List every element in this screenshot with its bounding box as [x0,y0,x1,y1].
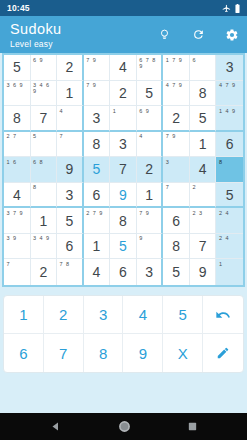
cell-r9c4[interactable]: 4 [84,259,111,285]
cell-r1c5[interactable]: 4 [110,55,137,81]
given-digit: 2 [145,162,153,176]
cell-r4c5[interactable]: 3 [110,132,137,158]
cell-r6c7[interactable]: 7 [163,183,190,209]
pencil-notes: 7 [60,133,80,139]
user-digit: 5 [93,162,101,176]
given-digit: 8 [119,214,127,228]
cell-r4c2[interactable]: 5 [31,132,58,158]
cell-r6c2[interactable]: 8 [31,183,58,209]
pencil-notes: 6789 [139,57,159,69]
app-bar-actions [157,16,239,53]
pencil-notes: 4 [139,133,159,139]
status-bar: 10:45 [0,0,247,16]
pencil-notes: 79 [166,133,186,139]
pencil-notes: 7 [166,184,186,190]
given-digit: 3 [145,265,153,279]
given-digit: 1 [145,188,153,202]
pencil-notes: 3469 [33,82,53,94]
cell-r4c8[interactable]: 1 [190,132,217,158]
pencil-notes: 8 [33,184,53,190]
given-digit: 3 [119,137,127,151]
cell-r8c3[interactable]: 6 [57,234,84,260]
pencil-notes: 379 [7,210,27,216]
cell-r2c9[interactable]: 479 [216,81,243,107]
cell-r2c7[interactable]: 479 [163,81,190,107]
cell-r1c8[interactable]: 6 [190,55,217,81]
gear-icon [225,28,239,42]
cell-r7c1[interactable]: 379 [4,208,31,234]
pencil-notes: 369 [7,82,27,88]
cell-r7c7[interactable]: 6 [163,208,190,234]
cell-r2c1[interactable]: 369 [4,81,31,107]
key-6[interactable]: 6 [4,334,44,372]
cell-r1c2[interactable]: 69 [31,55,58,81]
given-digit: 7 [39,111,47,125]
given-digit: 6 [119,265,127,279]
key-7[interactable]: 7 [44,334,84,372]
given-digit: 1 [39,214,47,228]
airplane-icon [222,4,231,13]
undo-key[interactable] [203,296,243,334]
cell-r8c6[interactable]: 9 [137,234,164,260]
cell-r8c5[interactable]: 5 [110,234,137,260]
pencil-notes: 479 [219,82,239,88]
cell-r6c3[interactable]: 3 [57,183,84,209]
given-digit: 8 [199,86,207,100]
given-digit: 1 [199,137,207,151]
pencil-notes: 79 [86,82,106,88]
settings-button[interactable] [225,28,239,42]
key-2[interactable]: 2 [44,296,84,334]
given-digit: 2 [119,86,127,100]
pencil-notes: 68 [33,159,53,165]
pencil-notes: 349 [33,235,53,241]
cell-r4c6[interactable]: 4 [137,132,164,158]
given-digit: 1 [93,239,101,253]
cell-r8c7[interactable]: 8 [163,234,190,260]
given-digit: 9 [199,265,207,279]
cell-r1c1[interactable]: 5 [4,55,31,81]
cell-r8c1[interactable]: 39 [4,234,31,260]
given-digit: 4 [13,188,21,202]
given-digit: 2 [172,111,180,125]
pencil-icon [216,346,230,360]
cell-r1c6[interactable]: 6789 [137,55,164,81]
pencil-notes: 1 [113,108,133,114]
cell-r6c5[interactable]: 9 [110,183,137,209]
cell-r9c6[interactable]: 3 [137,259,164,285]
given-digit: 6 [226,137,234,151]
pencil-notes: 23 [192,210,212,216]
cell-r3c5[interactable]: 1 [110,106,137,132]
notes-key[interactable] [203,334,243,372]
cell-r8c2[interactable]: 349 [31,234,58,260]
given-digit: 8 [13,111,21,125]
pencil-notes: 149 [219,108,239,114]
cell-r7c9[interactable]: 24 [216,208,243,234]
cell-r8c8[interactable]: 7 [190,234,217,260]
key-8[interactable]: 8 [84,334,124,372]
restart-button[interactable] [191,28,205,42]
pencil-notes: 5 [33,133,53,139]
cell-r1c9[interactable]: 3 [216,55,243,81]
pencil-notes: 79 [86,57,106,63]
cell-r5c8[interactable]: 4 [190,157,217,183]
given-digit: 9 [65,162,73,176]
pencil-notes: 39 [7,235,27,241]
cell-r3c3[interactable]: 4 [57,106,84,132]
cell-r2c3[interactable]: 1 [57,81,84,107]
home-icon [118,420,131,433]
navigation-bar [0,413,247,440]
given-digit: 4 [119,60,127,74]
given-digit: 7 [119,162,127,176]
cell-r5c5[interactable]: 7 [110,157,137,183]
pencil-notes: 16 [7,159,27,165]
given-digit: 5 [172,265,180,279]
cell-r5c3[interactable]: 9 [57,157,84,183]
cell-r3c9[interactable]: 149 [216,106,243,132]
given-digit: 7 [199,239,207,253]
back-button[interactable] [50,421,61,432]
cell-r9c1[interactable]: 7 [4,259,31,285]
back-icon [50,421,61,432]
cell-r3c6[interactable]: 69 [137,106,164,132]
pencil-notes: 24 [219,210,239,216]
cell-r4c4[interactable]: 8 [84,132,111,158]
cell-r2c4[interactable]: 79 [84,81,111,107]
key-9[interactable]: 9 [123,334,163,372]
cell-r4c7[interactable]: 79 [163,132,190,158]
cell-r3c8[interactable]: 5 [190,106,217,132]
cell-r8c9[interactable]: 24 [216,234,243,260]
cell-r1c3[interactable]: 2 [57,55,84,81]
lightbulb-icon [158,28,171,41]
cell-r7c3[interactable]: 5 [57,208,84,234]
cell-r7c8[interactable]: 23 [190,208,217,234]
given-digit: 5 [65,214,73,228]
cell-r5c4[interactable]: 5 [84,157,111,183]
number-pad: 123456789X [3,295,244,373]
given-digit: 5 [226,188,234,202]
cell-r6c4[interactable]: 6 [84,183,111,209]
cell-r9c8[interactable]: 9 [190,259,217,285]
given-digit: 1 [65,86,73,100]
cell-r4c3[interactable]: 7 [57,132,84,158]
hint-button[interactable] [157,28,171,42]
cell-r2c8[interactable]: 8 [190,81,217,107]
given-digit: 8 [93,137,101,151]
pencil-notes: 179 [166,57,186,63]
cell-r6c8[interactable]: 2 [190,183,217,209]
cell-r5c2[interactable]: 68 [31,157,58,183]
given-digit: 4 [199,162,207,176]
cell-r7c6[interactable]: 79 [137,208,164,234]
cell-r6c6[interactable]: 1 [137,183,164,209]
key-4[interactable]: 4 [123,296,163,334]
pencil-notes: 2 [192,184,212,190]
cell-r5c1[interactable]: 16 [4,157,31,183]
pencil-notes: 279 [86,210,106,216]
given-digit: 2 [39,265,47,279]
pencil-notes: 79 [139,210,159,216]
pencil-notes: 6 [192,57,212,63]
cell-r9c9[interactable]: 1 [216,259,243,285]
given-digit: 5 [13,60,21,74]
pencil-notes: 69 [33,57,53,63]
battery-icon [235,4,240,13]
pencil-notes: 78 [60,261,80,267]
given-digit: 6 [172,214,180,228]
cell-r7c5[interactable]: 8 [110,208,137,234]
given-digit: 5 [145,86,153,100]
pencil-notes: 69 [139,108,159,114]
clock: 10:45 [7,3,30,13]
pencil-notes: 1 [219,261,239,267]
pencil-notes: 4 [60,108,80,114]
status-icons [222,4,240,13]
key-5[interactable]: 5 [163,296,203,334]
cell-r9c3[interactable]: 78 [57,259,84,285]
given-digit: 3 [226,60,234,74]
cell-r1c4[interactable]: 79 [84,55,111,81]
cell-r3c1[interactable]: 8 [4,106,31,132]
cell-r2c5[interactable]: 2 [110,81,137,107]
cell-r4c1[interactable]: 27 [4,132,31,158]
key-3[interactable]: 3 [84,296,124,334]
cell-r5c9[interactable]: 8 [216,157,243,183]
sudoku-board: 5692794678917963369346917925479847987431… [2,53,245,287]
given-digit: 6 [93,188,101,202]
user-digit: 9 [119,188,127,202]
given-digit: 2 [65,60,73,74]
user-digit: 5 [119,239,127,253]
recents-button[interactable] [187,421,198,432]
cell-r1c7[interactable]: 179 [163,55,190,81]
erase-key[interactable]: X [163,334,203,372]
key-1[interactable]: 1 [4,296,44,334]
cell-r5c6[interactable]: 2 [137,157,164,183]
pencil-notes: 8 [219,159,239,165]
undo-icon [215,307,231,323]
cell-r2c2[interactable]: 3469 [31,81,58,107]
pencil-notes: 9 [139,235,159,241]
pencil-notes: 3 [166,159,186,165]
cell-r9c7[interactable]: 5 [163,259,190,285]
cell-r8c4[interactable]: 1 [84,234,111,260]
cell-r9c2[interactable]: 2 [31,259,58,285]
cell-r3c2[interactable]: 7 [31,106,58,132]
app-bar: Sudoku Level easy [0,16,247,53]
given-digit: 6 [65,239,73,253]
cell-r6c1[interactable]: 4 [4,183,31,209]
pencil-notes: 479 [166,82,186,88]
given-digit: 8 [172,239,180,253]
refresh-icon [192,28,205,41]
given-digit: 3 [93,111,101,125]
cell-r3c7[interactable]: 2 [163,106,190,132]
pencil-notes: 27 [7,133,27,139]
cell-r6c9[interactable]: 5 [216,183,243,209]
recents-icon [187,421,198,432]
cell-r5c7[interactable]: 3 [163,157,190,183]
cell-r2c6[interactable]: 5 [137,81,164,107]
pencil-notes: 7 [7,261,27,267]
cell-r7c4[interactable]: 279 [84,208,111,234]
cell-r7c2[interactable]: 1 [31,208,58,234]
cell-r4c9[interactable]: 6 [216,132,243,158]
given-digit: 3 [65,188,73,202]
given-digit: 5 [199,111,207,125]
home-button[interactable] [118,420,131,433]
pencil-notes: 24 [219,235,239,241]
given-digit: 4 [93,265,101,279]
cell-r3c4[interactable]: 3 [84,106,111,132]
cell-r9c5[interactable]: 6 [110,259,137,285]
